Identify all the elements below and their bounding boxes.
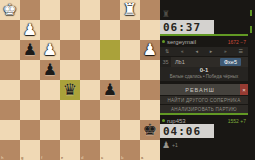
file-coordinate: b — [121, 156, 123, 160]
white-king[interactable]: ♚ — [3, 0, 17, 20]
board-square-d3[interactable] — [80, 40, 100, 60]
bottom-player-name[interactable]: rup453 — [167, 118, 186, 124]
black-pawn[interactable]: ♟ — [23, 40, 37, 60]
board-square-a3[interactable]: ♟ — [140, 40, 160, 60]
top-rating-value: 1672 — [228, 39, 239, 45]
board-square-h1[interactable]: ♚ — [0, 0, 20, 20]
board-square-c7[interactable] — [100, 120, 120, 140]
board-square-g5[interactable] — [20, 80, 40, 100]
top-time-bar — [160, 34, 248, 36]
analyze-game-button[interactable]: АНАЛИЗИРОВАТЬ ПАРТИЮ — [160, 105, 248, 113]
file-coordinate: c — [101, 156, 103, 160]
board-square-a8[interactable]: a — [140, 140, 160, 160]
board-square-f7[interactable] — [40, 120, 60, 140]
board-square-b6[interactable] — [120, 100, 140, 120]
top-clock-time: 06:37 — [163, 21, 201, 34]
file-coordinate: g — [21, 156, 23, 160]
top-player-rating: 1672 −7 — [228, 39, 246, 45]
right-edge-indicator — [250, 10, 252, 16]
board-square-d4[interactable] — [80, 60, 100, 80]
file-coordinate: e — [61, 156, 63, 160]
captured-pawn-icon: ♟ — [162, 140, 170, 150]
board-square-f4[interactable]: ♟ — [40, 60, 60, 80]
file-coordinate: f — [41, 156, 42, 160]
board-square-d7[interactable] — [80, 120, 100, 140]
board-square-h2[interactable] — [0, 20, 20, 40]
chess-game-app: ♚♜♟♟♟♟♟♛♟♚hgfedcba ♜ 06:37 sergeymail 16… — [0, 0, 255, 160]
white-pawn[interactable]: ♟ — [23, 20, 37, 40]
move-list-row: 35 Лb1 Фxe5 — [160, 57, 248, 67]
board-square-e4[interactable] — [60, 60, 80, 80]
bottom-clock-time: 04:06 — [163, 125, 201, 138]
move-navigation-toolbar: ⇅«◂▸»☰ — [160, 47, 248, 56]
board-square-a2[interactable] — [140, 20, 160, 40]
black-king[interactable]: ♚ — [143, 120, 157, 140]
bottom-rating-delta: +7 — [240, 118, 246, 124]
captured-rook-icon: ♜ — [162, 9, 170, 19]
captured-pieces-top: ♜ — [162, 9, 170, 19]
game-side-panel: ♜ 06:37 sergeymail 1672 −7 ⇅«◂▸»☰ 35 Лb1… — [160, 0, 255, 160]
board-square-f2[interactable] — [40, 20, 60, 40]
board-square-h8[interactable]: h — [0, 140, 20, 160]
result-score: 0-1 — [160, 67, 248, 73]
white-pawn[interactable]: ♟ — [143, 40, 157, 60]
board-square-g1[interactable] — [20, 0, 40, 20]
board-square-a4[interactable] — [140, 60, 160, 80]
captured-pieces-bottom: ♟ +1 — [162, 140, 178, 150]
board-square-g3[interactable]: ♟ — [20, 40, 40, 60]
board-square-f8[interactable]: f — [40, 140, 60, 160]
board-square-h4[interactable] — [0, 60, 20, 80]
black-move-active[interactable]: Фxe5 — [220, 58, 241, 66]
bottom-player-clock: 04:06 — [160, 124, 214, 138]
top-rating-delta: −7 — [240, 39, 246, 45]
white-move[interactable]: Лb1 — [175, 59, 185, 65]
previous-move-icon[interactable]: ◂ — [196, 47, 199, 56]
board-square-d6[interactable] — [80, 100, 100, 120]
board-square-e2[interactable] — [60, 20, 80, 40]
board-square-e1[interactable] — [60, 0, 80, 20]
white-rook[interactable]: ♜ — [123, 0, 137, 20]
new-opponent-button[interactable]: НАЙТИ ДРУГОГО СОПЕРНИКА — [160, 96, 248, 104]
first-move-icon[interactable]: « — [181, 47, 184, 56]
bottom-rating-value: 1552 — [228, 118, 239, 124]
board-square-e6[interactable] — [60, 100, 80, 120]
board-square-b7[interactable] — [120, 120, 140, 140]
board-square-e3[interactable] — [60, 40, 80, 60]
board-square-c5[interactable]: ♟ — [100, 80, 120, 100]
board-square-e5[interactable]: ♛ — [60, 80, 80, 100]
rematch-row: РЕВАНШ × — [160, 84, 248, 95]
board-square-c4[interactable] — [100, 60, 120, 80]
board-square-b1[interactable]: ♜ — [120, 0, 140, 20]
board-square-b3[interactable] — [120, 40, 140, 60]
board-square-c2[interactable] — [100, 20, 120, 40]
board-square-d5[interactable] — [80, 80, 100, 100]
board-square-c1[interactable] — [100, 0, 120, 20]
board-square-a6[interactable] — [140, 100, 160, 120]
file-coordinate: a — [141, 156, 143, 160]
last-move-icon[interactable]: » — [224, 47, 227, 56]
board-square-h3[interactable] — [0, 40, 20, 60]
black-queen[interactable]: ♛ — [63, 80, 77, 100]
board-square-g6[interactable] — [20, 100, 40, 120]
board-square-a1[interactable] — [140, 0, 160, 20]
board-square-d2[interactable] — [80, 20, 100, 40]
game-result-block: 0-1 Белые сдались • Победа чёрных — [160, 67, 248, 81]
board-square-b2[interactable] — [120, 20, 140, 40]
board-square-b8[interactable]: b — [120, 140, 140, 160]
board-square-f5[interactable] — [40, 80, 60, 100]
board-square-g8[interactable]: g — [20, 140, 40, 160]
board-square-d1[interactable] — [80, 0, 100, 20]
board-square-g2[interactable]: ♟ — [20, 20, 40, 40]
material-advantage: +1 — [172, 142, 178, 148]
next-move-icon[interactable]: ▸ — [210, 47, 213, 56]
board-square-g4[interactable] — [20, 60, 40, 80]
board-square-c6[interactable] — [100, 100, 120, 120]
file-coordinate: d — [81, 156, 83, 160]
top-player-name[interactable]: sergeymail — [167, 39, 196, 45]
board-square-a5[interactable] — [140, 80, 160, 100]
board-square-h5[interactable] — [0, 80, 20, 100]
white-pawn[interactable]: ♟ — [43, 40, 57, 60]
move-number: 35 — [160, 57, 171, 67]
rematch-button[interactable]: РЕВАНШ — [160, 84, 240, 95]
board-square-h6[interactable] — [0, 100, 20, 120]
bottom-time-bar — [160, 113, 248, 115]
board-square-f6[interactable] — [40, 100, 60, 120]
online-status-icon — [162, 40, 165, 43]
board-square-a7[interactable]: ♚ — [140, 120, 160, 140]
right-edge-indicator — [250, 26, 252, 33]
board-square-b4[interactable] — [120, 60, 140, 80]
file-coordinate: h — [1, 156, 3, 160]
decline-rematch-button[interactable]: × — [240, 84, 248, 95]
top-player-clock: 06:37 — [160, 20, 214, 34]
board-square-d8[interactable]: d — [80, 140, 100, 160]
board-square-h7[interactable] — [0, 120, 20, 140]
online-status-icon — [162, 119, 165, 122]
board-square-e7[interactable] — [60, 120, 80, 140]
board-square-e8[interactable]: e — [60, 140, 80, 160]
chess-board[interactable]: ♚♜♟♟♟♟♟♛♟♚hgfedcba — [0, 0, 160, 160]
board-square-c8[interactable]: c — [100, 140, 120, 160]
board-square-f1[interactable] — [40, 0, 60, 20]
menu-icon[interactable]: ☰ — [238, 47, 242, 56]
flip-board-icon[interactable]: ⇅ — [165, 47, 169, 56]
board-square-g7[interactable] — [20, 120, 40, 140]
result-message: Белые сдались • Победа чёрных — [160, 74, 248, 79]
bottom-player-rating: 1552 +7 — [228, 118, 246, 124]
top-player-row[interactable]: sergeymail 1672 −7 — [160, 37, 248, 46]
board-square-c3[interactable] — [100, 40, 120, 60]
board-square-b5[interactable] — [120, 80, 140, 100]
black-pawn[interactable]: ♟ — [43, 60, 57, 80]
board-square-f3[interactable]: ♟ — [40, 40, 60, 60]
close-icon: × — [242, 87, 246, 93]
black-pawn[interactable]: ♟ — [103, 80, 117, 100]
